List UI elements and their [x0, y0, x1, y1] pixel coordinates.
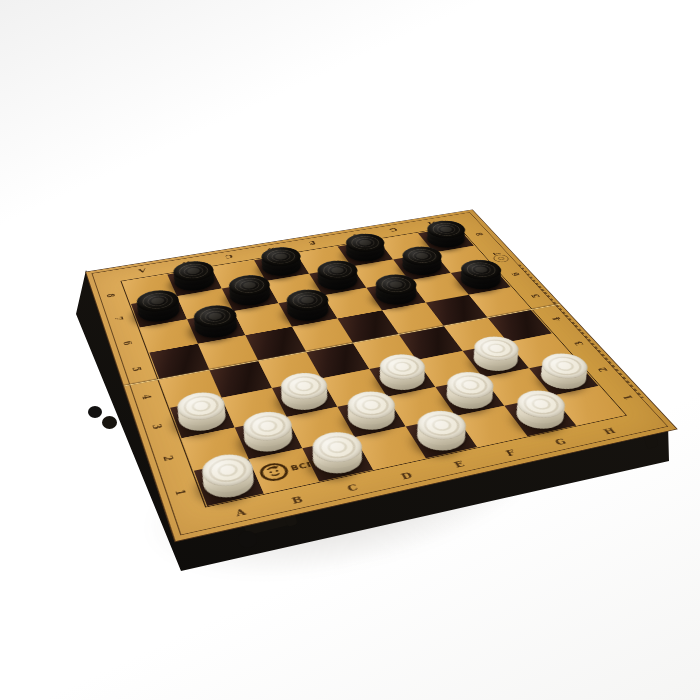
white-checker-piece[interactable] [198, 462, 259, 503]
black-checker-piece[interactable] [313, 268, 363, 293]
file-letter: G [387, 227, 398, 233]
latch-knob [102, 416, 117, 429]
rank-number: 6 [509, 271, 522, 276]
file-letter: E [307, 240, 317, 246]
board-square[interactable] [140, 319, 198, 352]
rank-number: 8 [105, 293, 118, 298]
latch-left [88, 404, 122, 434]
rank-number: 8 [473, 232, 485, 237]
rank-number: 3 [150, 423, 165, 430]
vsp-logo-face-icon [255, 459, 294, 484]
rank-number: 3 [571, 340, 585, 346]
black-checker-piece[interactable] [134, 298, 183, 326]
file-letter: G [553, 437, 569, 447]
rank-number: 2 [161, 454, 176, 462]
rank-number: 2 [595, 366, 610, 373]
file-letter: D [399, 470, 414, 481]
rank-number: 4 [140, 393, 154, 400]
rank-number: 1 [173, 488, 189, 497]
file-letter: C [224, 254, 234, 260]
file-letter: A [137, 268, 147, 274]
rank-number: 5 [528, 293, 541, 298]
rank-number: 6 [121, 340, 134, 346]
file-letter: C [346, 482, 360, 493]
file-letter: E [452, 459, 466, 469]
rank-number: 1 [620, 393, 635, 400]
latch-knob [238, 531, 257, 548]
file-letter: B [290, 494, 305, 505]
file-letter: H [601, 426, 618, 436]
latch-knob [88, 406, 102, 418]
rank-number: 7 [113, 316, 126, 322]
rank-number: 5 [130, 366, 144, 373]
file-letter: A [234, 507, 248, 518]
product-photo-stage: ABCDEFGH887766554433221ВСП1ABCDEFGH [0, 0, 700, 700]
rank-number: 4 [549, 316, 563, 322]
file-letter: F [504, 448, 518, 458]
